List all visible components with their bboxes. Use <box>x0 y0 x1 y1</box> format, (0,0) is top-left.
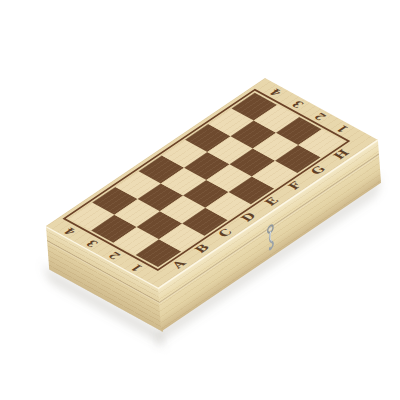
chess-box-product-photo: ABCDEFGH 4321 4321 <box>0 0 400 400</box>
hook-latch-icon <box>264 220 278 255</box>
